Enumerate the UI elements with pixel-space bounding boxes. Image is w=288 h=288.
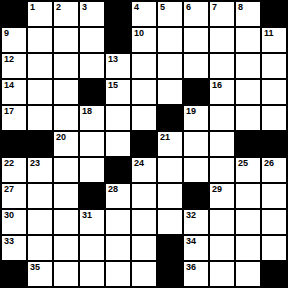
black-cell-r3c7: [184, 80, 208, 104]
clue-number-26: 26: [264, 158, 274, 168]
letter-cell-r6c8[interactable]: [210, 158, 234, 182]
letter-cell-r7c5[interactable]: [132, 184, 156, 208]
clue-number-6: 6: [186, 2, 191, 12]
letter-cell-r8c2[interactable]: [54, 210, 78, 234]
letter-cell-r1c0[interactable]: 9: [2, 28, 26, 52]
clue-number-23: 23: [30, 158, 40, 168]
letter-cell-r0c5[interactable]: 4: [132, 2, 156, 26]
black-cell-r7c7: [184, 184, 208, 208]
letter-cell-r7c10[interactable]: [262, 184, 286, 208]
letter-cell-r9c3[interactable]: [80, 236, 104, 260]
letter-cell-r3c10[interactable]: [262, 80, 286, 104]
letter-cell-r4c7[interactable]: 19: [184, 106, 208, 130]
clue-number-33: 33: [4, 236, 14, 246]
black-cell-r0c0: [2, 2, 26, 26]
letter-cell-r1c8[interactable]: [210, 28, 234, 52]
letter-cell-r0c8[interactable]: 7: [210, 2, 234, 26]
clue-number-10: 10: [134, 28, 144, 38]
letter-cell-r1c1[interactable]: [28, 28, 52, 52]
letter-cell-r6c5[interactable]: 24: [132, 158, 156, 182]
letter-cell-r6c0[interactable]: 22: [2, 158, 26, 182]
letter-cell-r4c1[interactable]: [28, 106, 52, 130]
letter-cell-r7c4[interactable]: 28: [106, 184, 130, 208]
letter-cell-r7c2[interactable]: [54, 184, 78, 208]
clue-number-31: 31: [82, 210, 92, 220]
letter-cell-r6c2[interactable]: [54, 158, 78, 182]
clue-number-12: 12: [4, 54, 14, 64]
letter-cell-r1c7[interactable]: [184, 28, 208, 52]
letter-cell-r5c3[interactable]: [80, 132, 104, 156]
black-cell-r6c4: [106, 158, 130, 182]
letter-cell-r8c6[interactable]: [158, 210, 182, 234]
clue-number-11: 11: [264, 28, 274, 38]
letter-cell-r3c2[interactable]: [54, 80, 78, 104]
black-cell-r5c0: [2, 132, 26, 156]
clue-number-2: 2: [56, 2, 61, 12]
letter-cell-r4c4[interactable]: [106, 106, 130, 130]
letter-cell-r9c2[interactable]: [54, 236, 78, 260]
clue-number-35: 35: [30, 262, 40, 272]
letter-cell-r7c1[interactable]: [28, 184, 52, 208]
clue-number-36: 36: [186, 262, 196, 272]
letter-cell-r2c9[interactable]: [236, 54, 260, 78]
letter-cell-r10c1[interactable]: 35: [28, 262, 52, 286]
letter-cell-r2c6[interactable]: [158, 54, 182, 78]
letter-cell-r5c8[interactable]: [210, 132, 234, 156]
letter-cell-r9c1[interactable]: [28, 236, 52, 260]
clue-number-9: 9: [4, 28, 9, 38]
clue-number-29: 29: [212, 184, 222, 194]
clue-number-30: 30: [4, 210, 14, 220]
letter-cell-r0c3[interactable]: 3: [80, 2, 104, 26]
letter-cell-r3c4[interactable]: 15: [106, 80, 130, 104]
letter-cell-r7c0[interactable]: 27: [2, 184, 26, 208]
letter-cell-r8c8[interactable]: [210, 210, 234, 234]
letter-cell-r0c6[interactable]: 5: [158, 2, 182, 26]
letter-cell-r8c0[interactable]: 30: [2, 210, 26, 234]
clue-number-32: 32: [186, 210, 196, 220]
clue-number-14: 14: [4, 80, 14, 90]
letter-cell-r5c6[interactable]: 21: [158, 132, 182, 156]
letter-cell-r1c10[interactable]: 11: [262, 28, 286, 52]
clue-number-17: 17: [4, 106, 14, 116]
black-cell-r5c10: [262, 132, 286, 156]
black-cell-r5c9: [236, 132, 260, 156]
black-cell-r9c6: [158, 236, 182, 260]
letter-cell-r0c7[interactable]: 6: [184, 2, 208, 26]
letter-cell-r1c3[interactable]: [80, 28, 104, 52]
letter-cell-r6c6[interactable]: [158, 158, 182, 182]
letter-cell-r9c8[interactable]: [210, 236, 234, 260]
letter-cell-r10c8[interactable]: [210, 262, 234, 286]
clue-number-19: 19: [186, 106, 196, 116]
letter-cell-r8c5[interactable]: [132, 210, 156, 234]
letter-cell-r1c9[interactable]: [236, 28, 260, 52]
letter-cell-r2c2[interactable]: [54, 54, 78, 78]
letter-cell-r2c1[interactable]: [28, 54, 52, 78]
letter-cell-r3c9[interactable]: [236, 80, 260, 104]
letter-cell-r7c9[interactable]: [236, 184, 260, 208]
letter-cell-r9c4[interactable]: [106, 236, 130, 260]
clue-number-13: 13: [108, 54, 118, 64]
letter-cell-r10c5[interactable]: [132, 262, 156, 286]
letter-cell-r4c5[interactable]: [132, 106, 156, 130]
letter-cell-r0c1[interactable]: 1: [28, 2, 52, 26]
black-cell-r0c4: [106, 2, 130, 26]
black-cell-r1c4: [106, 28, 130, 52]
letter-cell-r8c1[interactable]: [28, 210, 52, 234]
letter-cell-r6c9[interactable]: 25: [236, 158, 260, 182]
letter-cell-r9c7[interactable]: 34: [184, 236, 208, 260]
letter-cell-r2c10[interactable]: [262, 54, 286, 78]
black-cell-r3c3: [80, 80, 104, 104]
letter-cell-r8c4[interactable]: [106, 210, 130, 234]
letter-cell-r5c2[interactable]: 20: [54, 132, 78, 156]
letter-cell-r8c3[interactable]: 31: [80, 210, 104, 234]
letter-cell-r2c3[interactable]: [80, 54, 104, 78]
letter-cell-r4c3[interactable]: 18: [80, 106, 104, 130]
black-cell-r4c6: [158, 106, 182, 130]
letter-cell-r9c9[interactable]: [236, 236, 260, 260]
letter-cell-r2c8[interactable]: [210, 54, 234, 78]
letter-cell-r4c0[interactable]: 17: [2, 106, 26, 130]
black-cell-r7c3: [80, 184, 104, 208]
letter-cell-r6c7[interactable]: [184, 158, 208, 182]
letter-cell-r4c10[interactable]: [262, 106, 286, 130]
crossword-grid: 1234567891011121314151617181920212223242…: [0, 0, 288, 288]
letter-cell-r8c7[interactable]: 32: [184, 210, 208, 234]
letter-cell-r3c1[interactable]: [28, 80, 52, 104]
clue-number-4: 4: [134, 2, 139, 12]
letter-cell-r4c8[interactable]: [210, 106, 234, 130]
letter-cell-r6c1[interactable]: 23: [28, 158, 52, 182]
letter-cell-r8c9[interactable]: [236, 210, 260, 234]
letter-cell-r4c9[interactable]: [236, 106, 260, 130]
letter-cell-r2c4[interactable]: 13: [106, 54, 130, 78]
clue-number-16: 16: [212, 80, 222, 90]
black-cell-r10c6: [158, 262, 182, 286]
letter-cell-r9c5[interactable]: [132, 236, 156, 260]
clue-number-22: 22: [4, 158, 14, 168]
letter-cell-r9c10[interactable]: [262, 236, 286, 260]
black-cell-r0c10: [262, 2, 286, 26]
letter-cell-r10c3[interactable]: [80, 262, 104, 286]
letter-cell-r2c7[interactable]: [184, 54, 208, 78]
letter-cell-r10c9[interactable]: [236, 262, 260, 286]
black-cell-r10c10: [262, 262, 286, 286]
clue-number-28: 28: [108, 184, 118, 194]
letter-cell-r3c5[interactable]: [132, 80, 156, 104]
letter-cell-r5c7[interactable]: [184, 132, 208, 156]
black-cell-r10c0: [2, 262, 26, 286]
letter-cell-r0c2[interactable]: 2: [54, 2, 78, 26]
clue-number-27: 27: [4, 184, 14, 194]
clue-number-20: 20: [56, 132, 66, 142]
letter-cell-r1c6[interactable]: [158, 28, 182, 52]
letter-cell-r9c0[interactable]: 33: [2, 236, 26, 260]
clue-number-25: 25: [238, 158, 248, 168]
black-cell-r5c1: [28, 132, 52, 156]
letter-cell-r8c10[interactable]: [262, 210, 286, 234]
letter-cell-r7c6[interactable]: [158, 184, 182, 208]
letter-cell-r10c2[interactable]: [54, 262, 78, 286]
clue-number-21: 21: [160, 132, 170, 142]
letter-cell-r5c4[interactable]: [106, 132, 130, 156]
letter-cell-r2c0[interactable]: 12: [2, 54, 26, 78]
clue-number-18: 18: [82, 106, 92, 116]
letter-cell-r1c2[interactable]: [54, 28, 78, 52]
letter-cell-r4c2[interactable]: [54, 106, 78, 130]
letter-cell-r3c6[interactable]: [158, 80, 182, 104]
clue-number-7: 7: [212, 2, 217, 12]
clue-number-15: 15: [108, 80, 118, 90]
clue-number-1: 1: [30, 2, 35, 12]
letter-cell-r3c0[interactable]: 14: [2, 80, 26, 104]
letter-cell-r3c8[interactable]: 16: [210, 80, 234, 104]
clue-number-24: 24: [134, 158, 144, 168]
letter-cell-r1c5[interactable]: 10: [132, 28, 156, 52]
clue-number-34: 34: [186, 236, 196, 246]
letter-cell-r0c9[interactable]: 8: [236, 2, 260, 26]
letter-cell-r6c10[interactable]: 26: [262, 158, 286, 182]
letter-cell-r10c7[interactable]: 36: [184, 262, 208, 286]
letter-cell-r2c5[interactable]: [132, 54, 156, 78]
clue-number-8: 8: [238, 2, 243, 12]
clue-number-3: 3: [82, 2, 87, 12]
letter-cell-r6c3[interactable]: [80, 158, 104, 182]
clue-number-5: 5: [160, 2, 165, 12]
letter-cell-r10c4[interactable]: [106, 262, 130, 286]
letter-cell-r7c8[interactable]: 29: [210, 184, 234, 208]
black-cell-r5c5: [132, 132, 156, 156]
